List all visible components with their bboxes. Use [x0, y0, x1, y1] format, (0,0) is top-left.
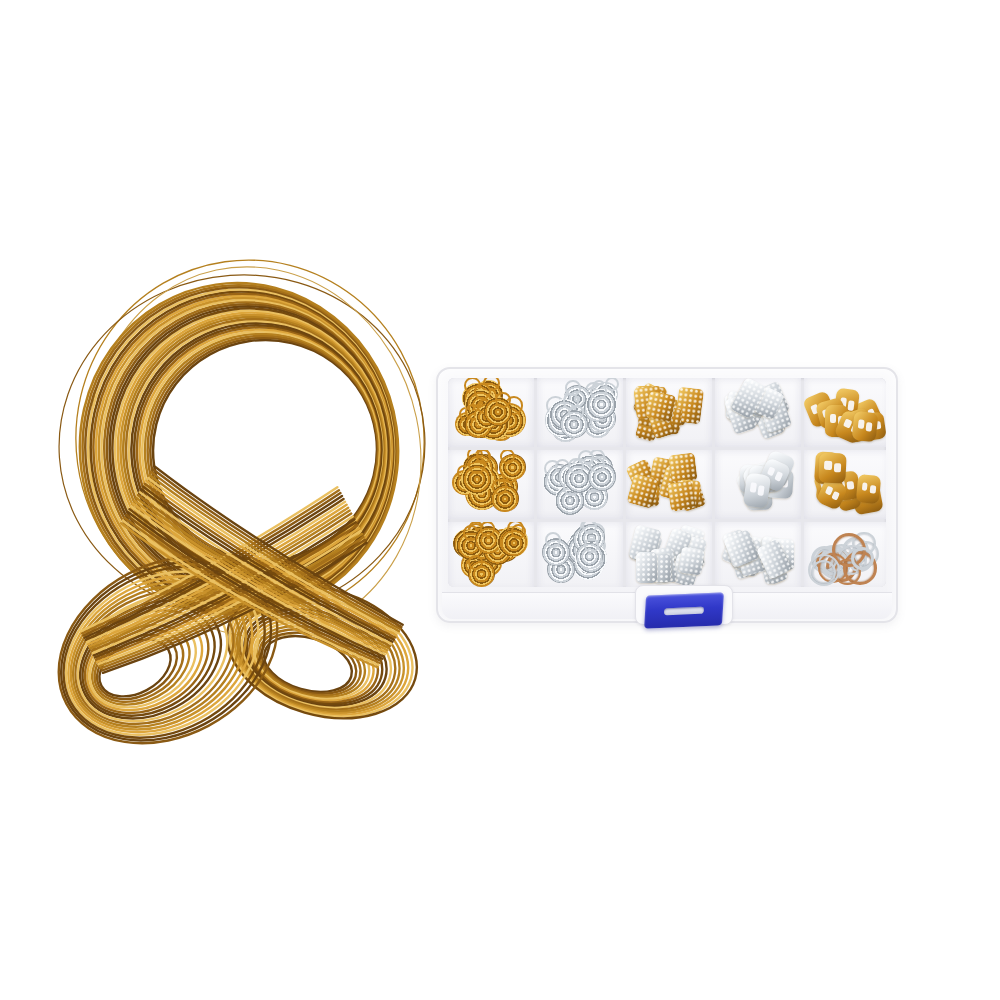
cuff-hole	[774, 471, 783, 481]
coil-loop	[500, 450, 515, 464]
bead-tube	[668, 452, 697, 482]
organizer-box	[436, 367, 898, 623]
box-cell-r3c3	[626, 522, 712, 587]
bead-cuff	[851, 411, 878, 443]
bead-tube	[636, 552, 657, 583]
cuff-hole	[757, 486, 764, 497]
box-cell-r1c2	[537, 378, 623, 447]
box-cell-r2c4	[715, 450, 801, 519]
bead-coil	[586, 389, 616, 419]
cuff-hole	[832, 491, 841, 501]
cuff-hole	[861, 482, 868, 491]
coil-loop	[474, 383, 491, 400]
bead-coil	[499, 454, 525, 480]
coil-loop	[492, 479, 508, 495]
coil-loop	[582, 522, 597, 534]
bead-cuff	[819, 452, 848, 483]
coil-loop	[590, 383, 607, 400]
coil-loop	[584, 538, 599, 553]
coil-loop	[480, 522, 496, 537]
latch-slot	[664, 606, 704, 615]
box-cell-r2c1	[448, 450, 534, 519]
bead-coil	[491, 485, 519, 513]
box-cell-r1c4	[715, 378, 801, 447]
cuff-hole	[847, 481, 855, 490]
box-cell-r3c1	[448, 522, 534, 587]
coil-loop	[468, 555, 483, 570]
cuff-hole	[866, 422, 873, 431]
coil-loop	[495, 392, 511, 408]
box-cell-r3c5	[804, 522, 886, 587]
box-cell-r1c5	[804, 378, 886, 447]
bead-coil	[484, 397, 513, 426]
box-cell-r2c5	[804, 450, 886, 519]
box-cell-r1c3	[626, 378, 712, 447]
coil-loop	[568, 458, 584, 474]
box-cell-r2c3	[626, 450, 712, 519]
cuff-hole	[869, 485, 876, 494]
box-cell-r3c4	[715, 522, 801, 587]
bead-cuff	[743, 473, 771, 509]
cuff-hole	[767, 466, 776, 476]
bead-coil	[560, 410, 588, 438]
coil-loop	[589, 457, 605, 473]
product-photo	[0, 0, 1000, 1000]
bead-cuff	[855, 474, 880, 504]
coil-loop	[468, 456, 486, 474]
bead-coil	[576, 543, 602, 569]
box-cell-r1c1	[448, 378, 534, 447]
cuff-hole	[749, 482, 756, 493]
box-cell-r2c2	[537, 450, 623, 519]
cuff-hole	[857, 420, 864, 429]
bead-tube	[678, 546, 705, 575]
bead-coil	[588, 462, 617, 491]
cuff-hole	[825, 461, 832, 470]
coil-loop	[545, 532, 561, 548]
cuff-hole	[834, 463, 841, 472]
cuff-hole	[830, 414, 836, 424]
box-grid	[448, 378, 886, 587]
coil-loop	[568, 405, 584, 421]
box-cell-r3c2	[537, 522, 623, 587]
latch	[644, 592, 724, 629]
bead-tube	[644, 391, 676, 423]
bead-ring	[808, 554, 840, 586]
coil-loop	[511, 524, 526, 539]
bead-coil	[468, 560, 495, 587]
bead-tube	[667, 480, 696, 512]
